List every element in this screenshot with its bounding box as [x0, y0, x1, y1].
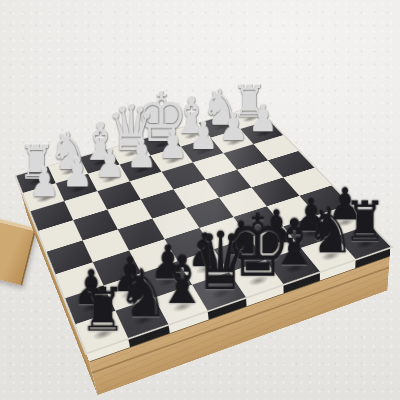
piece-white-pawn-b2[interactable]: ♟ — [62, 153, 93, 193]
piece-white-pawn-g2[interactable]: ♟ — [219, 109, 248, 147]
piece-white-pawn-d2[interactable]: ♟ — [127, 135, 157, 174]
piece-white-pawn-f2[interactable]: ♟ — [189, 117, 219, 155]
piece-white-pawn-a2[interactable]: ♟ — [29, 163, 60, 203]
piece-black-rook-a8[interactable]: ♜ — [80, 280, 127, 341]
chess-box-prop: ♜♞♝♛♚♝♞♜♟♟♟♟♟♟♟♟♟♟♟♟♟♟♟♟♜♞♝♛♚♝♞♜ — [26, 48, 347, 369]
piece-white-pawn-h2[interactable]: ♟ — [249, 100, 278, 138]
piece-white-pawn-e2[interactable]: ♟ — [158, 126, 188, 165]
piece-white-pawn-c2[interactable]: ♟ — [95, 144, 125, 183]
scene: ♜♞♝♛♚♝♞♜♟♟♟♟♟♟♟♟♟♟♟♟♟♟♟♟♜♞♝♛♚♝♞♜ — [0, 0, 400, 400]
